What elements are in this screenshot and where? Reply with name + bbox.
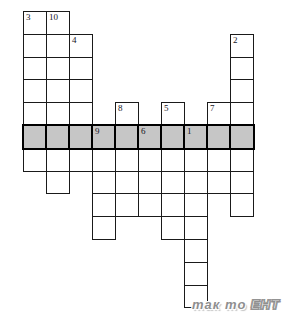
- keyword-cell: [229, 124, 255, 150]
- grid-cell: [184, 193, 208, 217]
- crossword-board: 31042857961: [0, 0, 290, 322]
- clue-number-6: 6: [141, 127, 146, 136]
- grid-cell: [161, 171, 185, 194]
- grid-cell: [23, 79, 47, 103]
- clue-number-3: 3: [26, 13, 31, 22]
- clue-number-5: 5: [164, 104, 169, 113]
- grid-cell: [161, 216, 185, 240]
- grid-cell: [230, 148, 254, 172]
- grid-cell: [161, 148, 185, 172]
- grid-cell: 4: [69, 34, 93, 58]
- grid-cell: [46, 102, 70, 126]
- grid-cell: [92, 148, 116, 172]
- grid-cell: 5: [161, 102, 185, 126]
- grid-cell: [92, 216, 116, 240]
- grid-cell: [23, 148, 47, 172]
- grid-cell: [69, 57, 93, 80]
- watermark: так то ЕНТ: [192, 297, 280, 312]
- grid-cell: [115, 171, 139, 194]
- grid-cell: [138, 171, 162, 194]
- puzzle-page: 31042857961 так то ЕНТ: [0, 0, 290, 322]
- grid-cell: [69, 102, 93, 126]
- grid-cell: [207, 148, 231, 172]
- watermark-text-ent: ЕНТ: [251, 297, 280, 312]
- grid-cell: [207, 171, 231, 194]
- grid-cell: [184, 262, 208, 286]
- grid-cell: 7: [207, 102, 231, 126]
- grid-cell: [46, 171, 70, 194]
- grid-cell: [46, 79, 70, 103]
- clue-number-2: 2: [233, 36, 238, 45]
- grid-cell: [115, 148, 139, 172]
- grid-cell: [230, 102, 254, 126]
- grid-cell: [92, 171, 116, 194]
- grid-cell: [46, 57, 70, 80]
- grid-cell: 8: [115, 102, 139, 126]
- grid-cell: 3: [23, 11, 47, 35]
- grid-cell: [184, 171, 208, 194]
- grid-cell: [92, 193, 116, 217]
- grid-cell: [230, 57, 254, 80]
- grid-cell: [46, 34, 70, 58]
- grid-cell: 10: [46, 11, 70, 35]
- grid-cell: [138, 193, 162, 217]
- grid-cell: [46, 148, 70, 172]
- grid-cell: [115, 193, 139, 217]
- grid-cell: [23, 102, 47, 126]
- clue-number-10: 10: [49, 13, 58, 22]
- grid-cell: [184, 148, 208, 172]
- grid-cell: [23, 57, 47, 80]
- grid-cell: [184, 216, 208, 240]
- clue-number-7: 7: [210, 104, 215, 113]
- grid-cell: [69, 79, 93, 103]
- grid-cell: [230, 171, 254, 194]
- grid-cell: [138, 148, 162, 172]
- grid-cell: [23, 34, 47, 58]
- grid-cell: [230, 193, 254, 217]
- clue-number-4: 4: [72, 36, 77, 45]
- clue-number-9: 9: [95, 127, 100, 136]
- grid-cell: [161, 193, 185, 217]
- grid-cell: 2: [230, 34, 254, 58]
- grid-cell: [230, 79, 254, 103]
- clue-number-1: 1: [187, 127, 192, 136]
- watermark-text-tak-to: так то: [192, 297, 246, 312]
- grid-cell: [184, 239, 208, 263]
- clue-number-8: 8: [118, 104, 123, 113]
- grid-cell: [69, 148, 93, 172]
